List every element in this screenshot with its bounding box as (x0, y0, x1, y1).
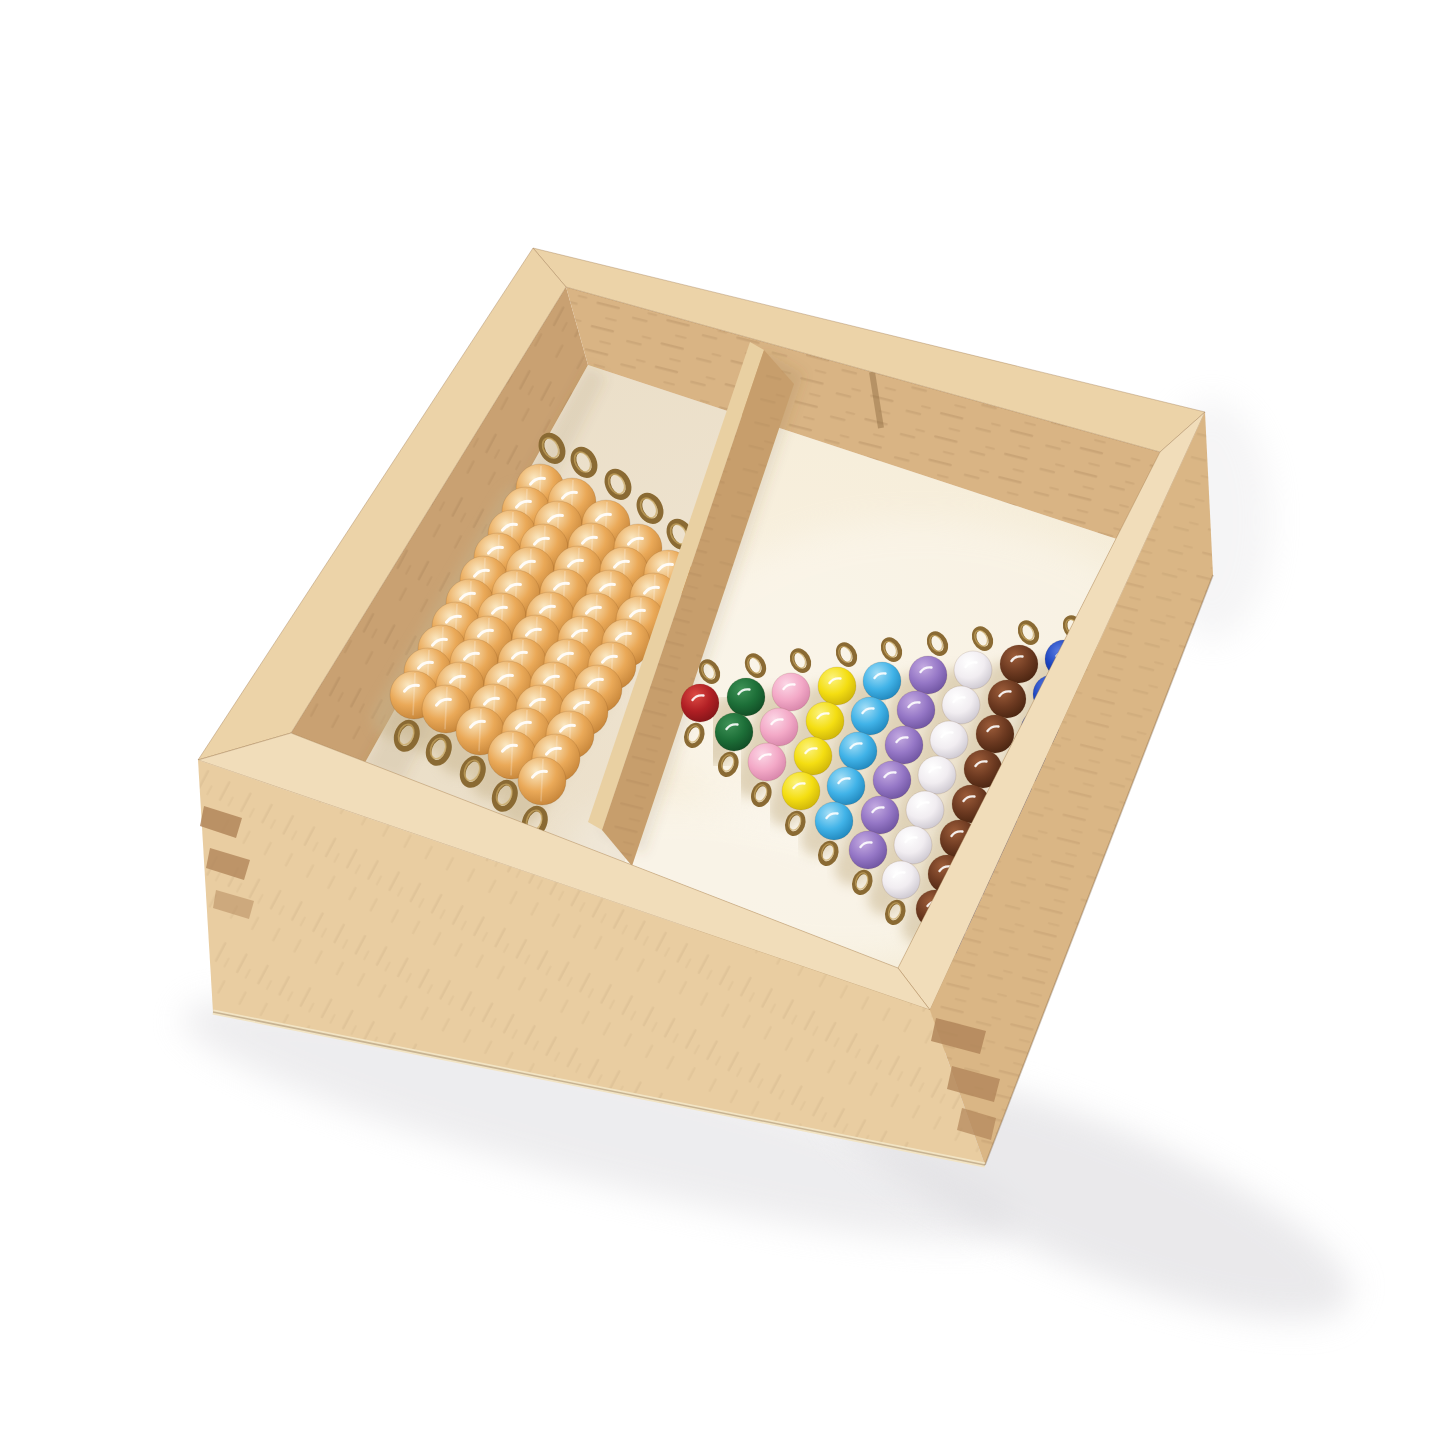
bead-white (954, 651, 992, 689)
bead-purple (873, 761, 911, 799)
bead-white (906, 791, 944, 829)
bead-purple (885, 726, 923, 764)
bead-purple (909, 656, 947, 694)
bead-green (715, 713, 753, 751)
bead-lightblue (863, 662, 901, 700)
bead-lightblue (815, 802, 853, 840)
bead-pink (760, 708, 798, 746)
bead-lightblue (839, 732, 877, 770)
bead-yellow (794, 737, 832, 775)
bead-lightblue (827, 767, 865, 805)
bead-yellow (782, 772, 820, 810)
bead-pink (772, 673, 810, 711)
tray-photo (0, 0, 1445, 1445)
bead-purple (849, 831, 887, 869)
bead-yellow (806, 702, 844, 740)
bead-white (942, 686, 980, 724)
bead-purple (897, 691, 935, 729)
bead-red (681, 684, 719, 722)
bead-purple (861, 796, 899, 834)
bead-white (882, 861, 920, 899)
bead-lightblue (851, 697, 889, 735)
photo-montessori-bead-tray (0, 0, 1445, 1445)
bead-pink (748, 743, 786, 781)
bead-yellow (818, 667, 856, 705)
bead-white (930, 721, 968, 759)
bead-white (894, 826, 932, 864)
bead-brown (988, 680, 1026, 718)
bead-brown (976, 715, 1014, 753)
bead-brown (1000, 645, 1038, 683)
bead-white (918, 756, 956, 794)
bead-green (727, 678, 765, 716)
